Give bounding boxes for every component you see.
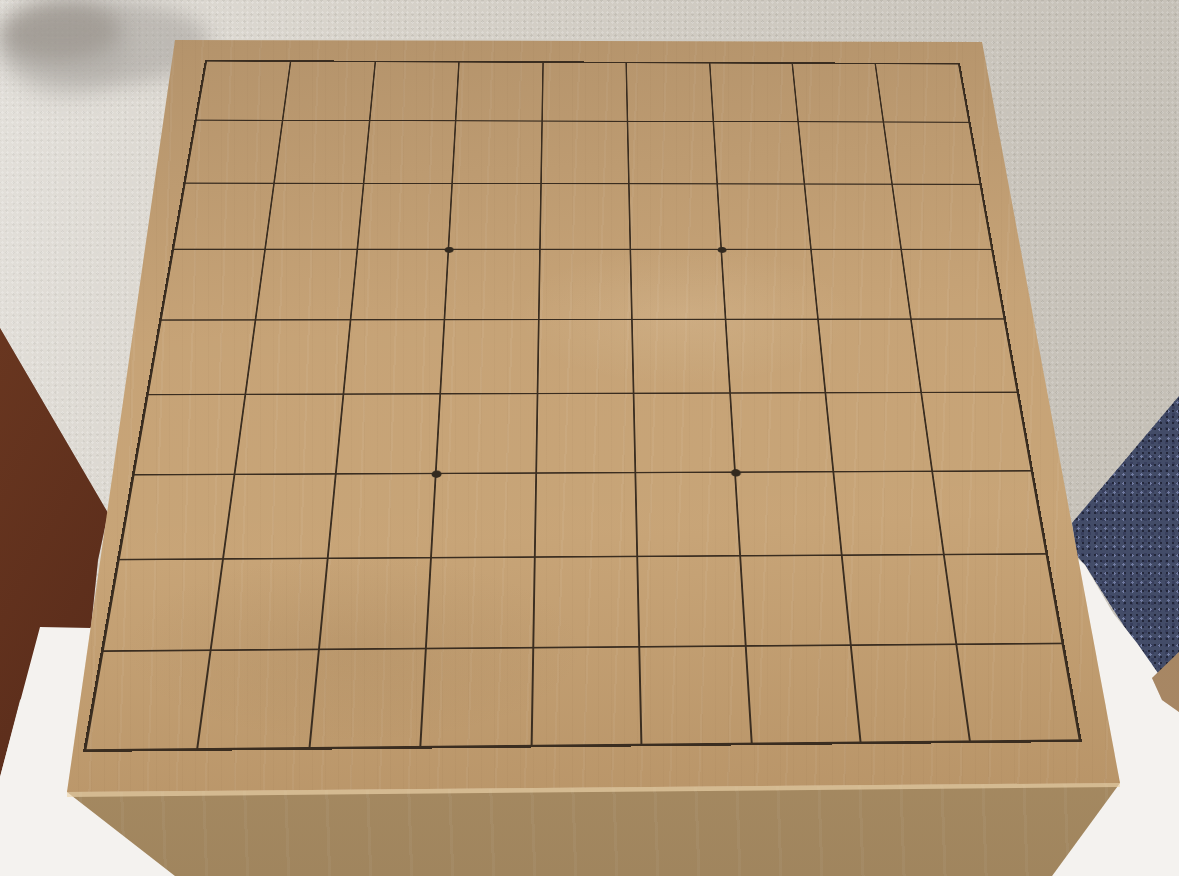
board-cell[interactable]: [884, 123, 980, 185]
board-cell[interactable]: [731, 394, 835, 473]
board-cell[interactable]: [538, 320, 634, 394]
board-cell[interactable]: [247, 320, 352, 395]
board-cell[interactable]: [422, 648, 534, 746]
board-cell[interactable]: [631, 250, 726, 320]
board-cell[interactable]: [635, 394, 736, 473]
board-cell[interactable]: [266, 184, 364, 250]
board-cell[interactable]: [852, 645, 970, 742]
board-cell[interactable]: [457, 63, 544, 122]
board-cell[interactable]: [726, 320, 826, 394]
board-cell[interactable]: [819, 320, 922, 394]
board-cell[interactable]: [741, 556, 852, 646]
board-cell[interactable]: [358, 184, 453, 250]
board-cell[interactable]: [104, 560, 225, 652]
board-cell[interactable]: [162, 250, 266, 320]
board-cell[interactable]: [351, 250, 449, 320]
board-cell[interactable]: [275, 121, 370, 184]
board-cell[interactable]: [364, 121, 456, 184]
board-cell[interactable]: [441, 320, 539, 395]
board-cell[interactable]: [370, 62, 460, 121]
board-cell[interactable]: [197, 62, 292, 122]
board-cell[interactable]: [344, 320, 445, 395]
cloth-shadow-floor-edge: [0, 0, 120, 60]
board-cell[interactable]: [199, 650, 320, 748]
board-cell[interactable]: [541, 184, 632, 250]
board-cell[interactable]: [437, 394, 538, 474]
board-cell[interactable]: [812, 250, 911, 320]
board-cell[interactable]: [87, 651, 212, 750]
board-cell[interactable]: [320, 559, 432, 650]
board-cell[interactable]: [722, 250, 819, 320]
board-cell[interactable]: [933, 471, 1046, 555]
board-cell[interactable]: [149, 320, 257, 395]
board-cell[interactable]: [532, 647, 642, 744]
board-cell[interactable]: [710, 64, 799, 123]
board-cell[interactable]: [539, 250, 633, 320]
board-cell[interactable]: [449, 184, 541, 250]
board-cell[interactable]: [834, 472, 944, 556]
board-cell[interactable]: [534, 557, 640, 648]
board-cell[interactable]: [746, 646, 861, 743]
star-point: [717, 247, 726, 253]
board-cell[interactable]: [212, 559, 328, 651]
board-cell[interactable]: [826, 393, 932, 472]
board-cell[interactable]: [736, 472, 843, 556]
board-cell[interactable]: [337, 395, 442, 475]
board-cell[interactable]: [537, 394, 637, 473]
board-cell[interactable]: [432, 474, 537, 559]
board-cell[interactable]: [805, 185, 901, 251]
board-cell[interactable]: [911, 319, 1016, 393]
board-cell[interactable]: [893, 185, 992, 251]
board-cell[interactable]: [876, 64, 969, 123]
board-cell[interactable]: [284, 62, 376, 121]
board-cell[interactable]: [640, 646, 752, 743]
board-cell[interactable]: [427, 558, 535, 649]
board-cell[interactable]: [638, 557, 746, 648]
board-cell[interactable]: [328, 474, 436, 559]
board-cell[interactable]: [902, 250, 1004, 319]
board-cell[interactable]: [257, 250, 358, 320]
board-cell[interactable]: [446, 250, 541, 320]
scene-photo-shogi-board: [0, 0, 1179, 876]
board-cell[interactable]: [636, 473, 740, 558]
board-cell[interactable]: [633, 320, 731, 394]
board-cell[interactable]: [957, 644, 1079, 741]
board-cell[interactable]: [453, 122, 543, 185]
board-cell[interactable]: [120, 475, 236, 561]
board-cell[interactable]: [543, 63, 629, 122]
board-cell[interactable]: [174, 184, 275, 250]
board-cell[interactable]: [627, 63, 714, 122]
board-cell[interactable]: [944, 555, 1061, 645]
board-cell[interactable]: [714, 122, 805, 184]
board-cell[interactable]: [922, 393, 1031, 472]
board-cell[interactable]: [236, 395, 344, 475]
board-cell[interactable]: [799, 123, 893, 185]
board-cell[interactable]: [843, 555, 957, 645]
board-cell[interactable]: [718, 184, 812, 250]
board-cell[interactable]: [224, 474, 336, 559]
board-cell[interactable]: [310, 649, 427, 747]
board-cell[interactable]: [628, 122, 717, 184]
star-point: [730, 469, 740, 476]
board-cell[interactable]: [630, 184, 722, 250]
board-cell[interactable]: [793, 64, 884, 123]
board-grid: [83, 60, 1082, 752]
board-cell[interactable]: [135, 395, 247, 475]
board-cell[interactable]: [535, 473, 638, 558]
board-cell[interactable]: [186, 121, 284, 184]
board-cell[interactable]: [542, 122, 630, 184]
